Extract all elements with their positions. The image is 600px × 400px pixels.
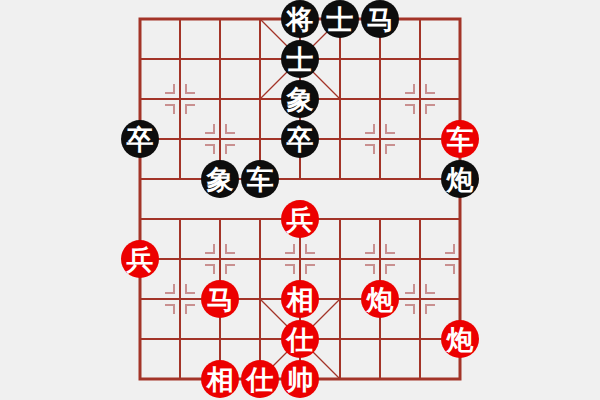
piece-black-advisor-2[interactable]: 士 [281,40,319,78]
piece-red-pawn-2[interactable]: 兵 [121,240,159,278]
piece-red-advisor-1[interactable]: 仕 [281,320,319,358]
piece-black-cannon[interactable]: 炮 [441,160,479,198]
pieces-layer: 将士马士象卒卒车象车炮兵兵马相炮仕炮相仕帅 [0,0,600,400]
piece-red-elephant-2[interactable]: 相 [201,360,239,398]
piece-black-horse[interactable]: 马 [361,0,399,38]
piece-red-elephant-1[interactable]: 相 [281,280,319,318]
piece-red-cannon-2[interactable]: 炮 [441,320,479,358]
piece-red-general[interactable]: 帅 [281,360,319,398]
piece-black-general[interactable]: 将 [281,0,319,38]
piece-black-pawn-2[interactable]: 卒 [281,120,319,158]
piece-black-chariot[interactable]: 车 [241,160,279,198]
piece-red-advisor-2[interactable]: 仕 [241,360,279,398]
piece-black-elephant-1[interactable]: 象 [281,80,319,118]
piece-black-pawn-1[interactable]: 卒 [121,120,159,158]
piece-black-advisor-1[interactable]: 士 [321,0,359,38]
piece-red-horse[interactable]: 马 [201,280,239,318]
piece-black-elephant-2[interactable]: 象 [201,160,239,198]
piece-red-pawn-1[interactable]: 兵 [281,200,319,238]
piece-red-cannon-1[interactable]: 炮 [361,280,399,318]
xiangqi-board: 将士马士象卒卒车象车炮兵兵马相炮仕炮相仕帅 [0,0,600,400]
piece-red-chariot[interactable]: 车 [441,120,479,158]
